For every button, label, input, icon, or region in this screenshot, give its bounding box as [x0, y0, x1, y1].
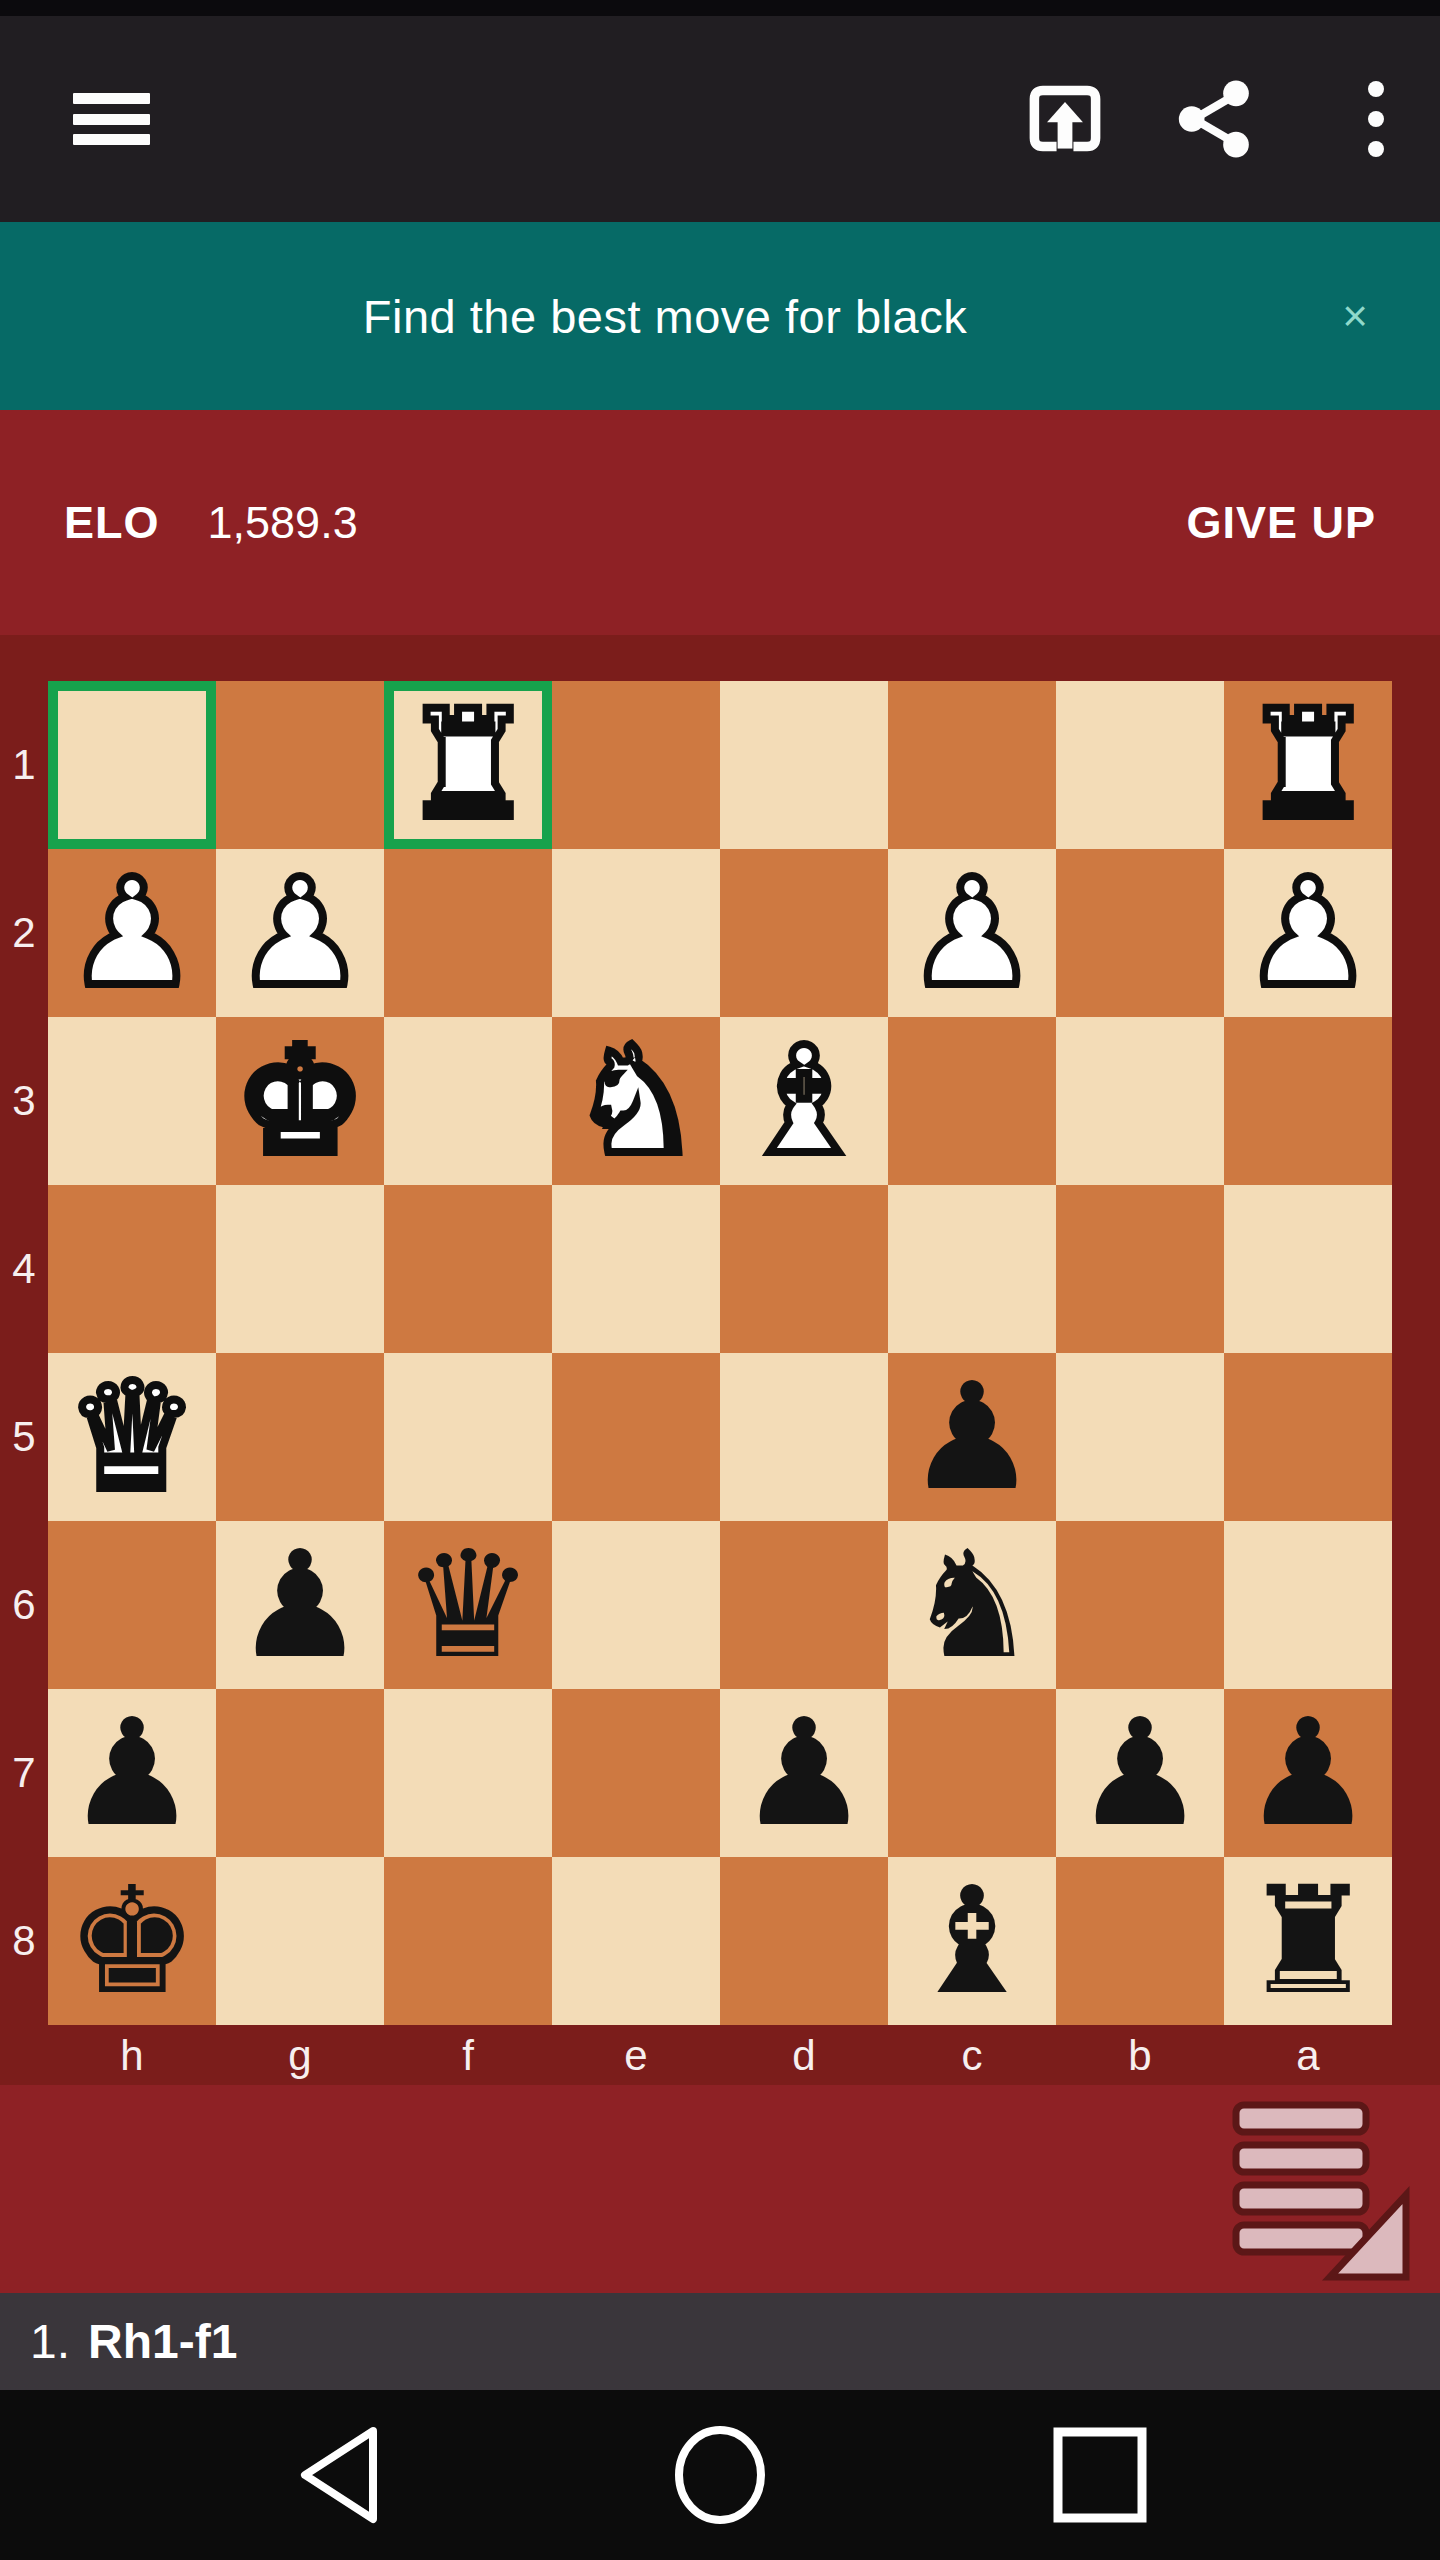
close-icon[interactable]: ×	[1270, 291, 1440, 341]
menu-icon[interactable]	[73, 93, 150, 145]
back-icon	[295, 2425, 385, 2525]
piece-black-rook[interactable]: ♜	[1242, 1857, 1375, 2025]
piece-white-pawn[interactable]: ♟	[1242, 849, 1375, 1017]
piece-white-bishop[interactable]: ♝	[738, 1017, 871, 1185]
square-a4[interactable]	[1224, 1185, 1392, 1353]
file-label-f: f	[384, 2027, 552, 2085]
square-c7[interactable]	[888, 1689, 1056, 1857]
square-h4[interactable]	[48, 1185, 216, 1353]
square-b2[interactable]	[1056, 849, 1224, 1017]
home-icon	[670, 2425, 770, 2525]
piece-black-pawn[interactable]: ♟	[906, 1353, 1039, 1521]
square-a2[interactable]: ♟	[1224, 849, 1392, 1017]
square-b7[interactable]: ♟	[1056, 1689, 1224, 1857]
square-f5[interactable]	[384, 1353, 552, 1521]
back-button[interactable]	[190, 2390, 490, 2560]
square-a8[interactable]: ♜	[1224, 1857, 1392, 2025]
home-button[interactable]	[570, 2390, 870, 2560]
file-label-b: b	[1056, 2027, 1224, 2085]
square-b5[interactable]	[1056, 1353, 1224, 1521]
square-f6[interactable]: ♛	[384, 1521, 552, 1689]
square-f1[interactable]: ♜	[384, 681, 552, 849]
square-c2[interactable]: ♟	[888, 849, 1056, 1017]
overflow-icon[interactable]	[1290, 59, 1440, 179]
square-h8[interactable]: ♚	[48, 1857, 216, 2025]
move-bar: 1. Rh1-f1	[0, 2293, 1440, 2390]
square-d4[interactable]	[720, 1185, 888, 1353]
share-icon[interactable]	[1140, 59, 1290, 179]
square-e2[interactable]	[552, 849, 720, 1017]
navigation-bar	[0, 2390, 1440, 2560]
square-a7[interactable]: ♟	[1224, 1689, 1392, 1857]
chess-board: ♜♜♟♟♟♟♚♞♝♛♟♟♛♞♟♟♟♟♚♝♜	[48, 681, 1392, 2025]
piece-black-pawn[interactable]: ♟	[1242, 1689, 1375, 1857]
square-d5[interactable]	[720, 1353, 888, 1521]
file-label-d: d	[720, 2027, 888, 2085]
file-label-g: g	[216, 2027, 384, 2085]
square-d8[interactable]	[720, 1857, 888, 2025]
square-h6[interactable]	[48, 1521, 216, 1689]
file-labels: hgfedcba	[48, 2027, 1392, 2085]
square-h7[interactable]: ♟	[48, 1689, 216, 1857]
piece-white-queen[interactable]: ♛	[66, 1353, 199, 1521]
piece-white-king[interactable]: ♚	[234, 1017, 367, 1185]
square-f3[interactable]	[384, 1017, 552, 1185]
square-f8[interactable]	[384, 1857, 552, 2025]
rank-label-3: 3	[0, 1017, 48, 1185]
square-d3[interactable]: ♝	[720, 1017, 888, 1185]
square-c8[interactable]: ♝	[888, 1857, 1056, 2025]
square-d1[interactable]	[720, 681, 888, 849]
move-text: Rh1-f1	[88, 2314, 237, 2369]
square-a1[interactable]: ♜	[1224, 681, 1392, 849]
square-b4[interactable]	[1056, 1185, 1224, 1353]
square-g2[interactable]: ♟	[216, 849, 384, 1017]
file-label-a: a	[1224, 2027, 1392, 2085]
square-b1[interactable]	[1056, 681, 1224, 849]
square-c4[interactable]	[888, 1185, 1056, 1353]
file-label-e: e	[552, 2027, 720, 2085]
square-g8[interactable]	[216, 1857, 384, 2025]
piece-black-bishop[interactable]: ♝	[906, 1857, 1039, 2025]
elo-label: ELO	[64, 497, 160, 549]
elo-value: 1,589.3	[208, 497, 358, 549]
rank-labels: 12345678	[0, 681, 48, 2025]
open-in-browser-icon[interactable]	[990, 59, 1140, 179]
square-a5[interactable]	[1224, 1353, 1392, 1521]
square-c5[interactable]: ♟	[888, 1353, 1056, 1521]
bottom-panel	[0, 2085, 1440, 2293]
rank-label-8: 8	[0, 1857, 48, 2025]
file-label-h: h	[48, 2027, 216, 2085]
recents-icon	[1050, 2425, 1150, 2525]
square-f2[interactable]	[384, 849, 552, 1017]
square-g1[interactable]	[216, 681, 384, 849]
square-g6[interactable]: ♟	[216, 1521, 384, 1689]
square-b8[interactable]	[1056, 1857, 1224, 2025]
piece-white-rook[interactable]: ♜	[1242, 681, 1375, 849]
app-bar-actions	[990, 59, 1440, 179]
elo-bar: ELO 1,589.3 GIVE UP	[0, 410, 1440, 635]
square-g3[interactable]: ♚	[216, 1017, 384, 1185]
piece-white-pawn[interactable]: ♟	[66, 849, 199, 1017]
square-c6[interactable]: ♞	[888, 1521, 1056, 1689]
square-a6[interactable]	[1224, 1521, 1392, 1689]
square-f4[interactable]	[384, 1185, 552, 1353]
square-e4[interactable]	[552, 1185, 720, 1353]
square-h5[interactable]: ♛	[48, 1353, 216, 1521]
square-c1[interactable]	[888, 681, 1056, 849]
piece-black-pawn[interactable]: ♟	[1074, 1689, 1207, 1857]
app-bar	[0, 16, 1440, 222]
board-area: 12345678 ♜♜♟♟♟♟♚♞♝♛♟♟♛♞♟♟♟♟♚♝♜ hgfedcba	[0, 635, 1440, 2085]
piece-white-rook[interactable]: ♜	[402, 681, 535, 849]
move-number: 1.	[30, 2314, 70, 2369]
square-e6[interactable]	[552, 1521, 720, 1689]
square-b6[interactable]	[1056, 1521, 1224, 1689]
piece-black-pawn[interactable]: ♟	[738, 1689, 871, 1857]
square-e1[interactable]	[552, 681, 720, 849]
square-a3[interactable]	[1224, 1017, 1392, 1185]
square-d2[interactable]	[720, 849, 888, 1017]
banner-text: Find the best move for black	[0, 289, 1270, 344]
square-d6[interactable]	[720, 1521, 888, 1689]
instruction-banner: Find the best move for black ×	[0, 222, 1440, 410]
piece-black-knight[interactable]: ♞	[906, 1521, 1039, 1689]
file-label-c: c	[888, 2027, 1056, 2085]
piece-black-king[interactable]: ♚	[66, 1857, 199, 2025]
square-e5[interactable]	[552, 1353, 720, 1521]
rank-label-1: 1	[0, 681, 48, 849]
square-h1[interactable]	[48, 681, 216, 849]
square-f7[interactable]	[384, 1689, 552, 1857]
square-e8[interactable]	[552, 1857, 720, 2025]
piece-white-pawn[interactable]: ♟	[234, 849, 367, 1017]
piece-black-pawn[interactable]: ♟	[234, 1521, 367, 1689]
square-h3[interactable]	[48, 1017, 216, 1185]
rank-label-2: 2	[0, 849, 48, 1017]
square-g7[interactable]	[216, 1689, 384, 1857]
move-list-icon[interactable]	[1218, 2097, 1418, 2291]
recents-button[interactable]	[950, 2390, 1250, 2560]
square-e3[interactable]: ♞	[552, 1017, 720, 1185]
piece-white-knight[interactable]: ♞	[570, 1017, 703, 1185]
square-c3[interactable]	[888, 1017, 1056, 1185]
square-g4[interactable]	[216, 1185, 384, 1353]
square-b3[interactable]	[1056, 1017, 1224, 1185]
square-g5[interactable]	[216, 1353, 384, 1521]
rank-label-5: 5	[0, 1353, 48, 1521]
piece-white-pawn[interactable]: ♟	[906, 849, 1039, 1017]
piece-black-pawn[interactable]: ♟	[66, 1689, 199, 1857]
give-up-button[interactable]: GIVE UP	[1186, 497, 1376, 549]
rank-label-6: 6	[0, 1521, 48, 1689]
square-e7[interactable]	[552, 1689, 720, 1857]
status-bar	[0, 0, 1440, 16]
rank-label-7: 7	[0, 1689, 48, 1857]
square-d7[interactable]: ♟	[720, 1689, 888, 1857]
piece-black-queen[interactable]: ♛	[402, 1521, 535, 1689]
square-h2[interactable]: ♟	[48, 849, 216, 1017]
rank-label-4: 4	[0, 1185, 48, 1353]
